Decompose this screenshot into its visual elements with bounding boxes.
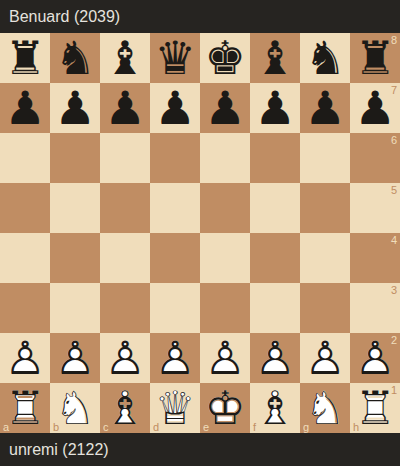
square-f4[interactable] [250,233,300,283]
file-label-c: c [103,421,109,433]
square-a4[interactable] [0,233,50,283]
square-c1[interactable]: ♝♗c [100,383,150,433]
square-e7[interactable]: ♟ [200,83,250,133]
square-f5[interactable] [250,183,300,233]
square-e5[interactable] [200,183,250,233]
white-piece-fill: ♞ [50,383,100,433]
rank-label-1: 1 [391,384,397,396]
piece-black-pawn[interactable]: ♟ [350,83,400,133]
piece-white-bishop[interactable]: ♝♗ [250,383,300,433]
white-piece-outline: ♙ [150,333,200,383]
white-piece-outline: ♖ [350,383,400,433]
piece-black-knight[interactable]: ♞ [300,33,350,83]
top-player-bar: Benuard (2039) [0,0,400,33]
white-piece-fill: ♛ [150,383,200,433]
square-h1[interactable]: ♜♖1h [350,383,400,433]
piece-white-pawn[interactable]: ♟♙ [50,333,100,383]
piece-black-bishop[interactable]: ♝ [100,33,150,83]
piece-black-pawn[interactable]: ♟ [150,83,200,133]
piece-black-rook[interactable]: ♜ [350,33,400,83]
square-c5[interactable] [100,183,150,233]
square-d4[interactable] [150,233,200,283]
white-piece-fill: ♜ [350,383,400,433]
rank-label-4: 4 [391,234,397,246]
white-piece-outline: ♙ [350,333,400,383]
piece-black-pawn[interactable]: ♟ [0,83,50,133]
piece-black-queen[interactable]: ♛ [150,33,200,83]
square-a8[interactable]: ♜ [0,33,50,83]
white-piece-fill: ♟ [200,333,250,383]
chess-board: ♜♞♝♛♚♝♞♜8♟♟♟♟♟♟♟♟76543♟♙♟♙♟♙♟♙♟♙♟♙♟♙♟♙2♜… [0,33,400,433]
square-e1[interactable]: ♚♔e [200,383,250,433]
square-b8[interactable]: ♞ [50,33,100,83]
square-d1[interactable]: ♛♕d [150,383,200,433]
piece-black-rook[interactable]: ♜ [0,33,50,83]
piece-black-knight[interactable]: ♞ [50,33,100,83]
white-piece-fill: ♞ [300,383,350,433]
white-piece-fill: ♝ [100,383,150,433]
piece-white-pawn[interactable]: ♟♙ [350,333,400,383]
white-piece-fill: ♝ [250,383,300,433]
piece-white-pawn[interactable]: ♟♙ [250,333,300,383]
piece-black-pawn[interactable]: ♟ [200,83,250,133]
file-label-e: e [203,421,209,433]
piece-black-pawn[interactable]: ♟ [300,83,350,133]
white-piece-outline: ♙ [300,333,350,383]
white-piece-outline: ♙ [250,333,300,383]
white-piece-outline: ♘ [300,383,350,433]
piece-black-bishop[interactable]: ♝ [250,33,300,83]
white-piece-outline: ♔ [200,383,250,433]
square-c4[interactable] [100,233,150,283]
white-piece-outline: ♗ [100,383,150,433]
square-d8[interactable]: ♛ [150,33,200,83]
square-c7[interactable]: ♟ [100,83,150,133]
rank-label-8: 8 [391,34,397,46]
square-a7[interactable]: ♟ [0,83,50,133]
square-f6[interactable] [250,133,300,183]
file-label-b: b [53,421,59,433]
rank-label-2: 2 [391,334,397,346]
square-c2[interactable]: ♟♙ [100,333,150,383]
piece-black-pawn[interactable]: ♟ [100,83,150,133]
square-h3[interactable]: 3 [350,283,400,333]
square-c8[interactable]: ♝ [100,33,150,83]
square-b4[interactable] [50,233,100,283]
square-d3[interactable] [150,283,200,333]
square-d6[interactable] [150,133,200,183]
piece-white-pawn[interactable]: ♟♙ [100,333,150,383]
white-piece-fill: ♟ [350,333,400,383]
rank-label-3: 3 [391,284,397,296]
piece-white-pawn[interactable]: ♟♙ [150,333,200,383]
top-player-name[interactable]: Benuard (2039) [9,8,120,26]
square-g6[interactable] [300,133,350,183]
file-label-d: d [153,421,159,433]
white-piece-fill: ♟ [300,333,350,383]
rank-label-5: 5 [391,184,397,196]
square-a1[interactable]: ♜♖a [0,383,50,433]
square-f3[interactable] [250,283,300,333]
square-g3[interactable] [300,283,350,333]
piece-white-knight[interactable]: ♞♘ [300,383,350,433]
file-label-f: f [253,421,256,433]
square-e3[interactable] [200,283,250,333]
square-a5[interactable] [0,183,50,233]
square-h8[interactable]: ♜8 [350,33,400,83]
square-b3[interactable] [50,283,100,333]
piece-white-knight[interactable]: ♞♘ [50,383,100,433]
white-piece-fill: ♜ [0,383,50,433]
square-h7[interactable]: ♟7 [350,83,400,133]
file-label-h: h [353,421,359,433]
piece-white-queen[interactable]: ♛♕ [150,383,200,433]
square-f1[interactable]: ♝♗f [250,383,300,433]
bottom-player-name[interactable]: unremi (2122) [9,441,109,459]
square-e8[interactable]: ♚ [200,33,250,83]
file-label-g: g [303,421,309,433]
square-g7[interactable]: ♟ [300,83,350,133]
white-piece-outline: ♖ [0,383,50,433]
square-b2[interactable]: ♟♙ [50,333,100,383]
white-piece-fill: ♟ [100,333,150,383]
square-f7[interactable]: ♟ [250,83,300,133]
rank-label-6: 6 [391,134,397,146]
piece-white-pawn[interactable]: ♟♙ [300,333,350,383]
white-piece-fill: ♟ [50,333,100,383]
square-c6[interactable] [100,133,150,183]
white-piece-outline: ♕ [150,383,200,433]
square-b5[interactable] [50,183,100,233]
piece-white-rook[interactable]: ♜♖ [350,383,400,433]
square-a6[interactable] [0,133,50,183]
square-h2[interactable]: ♟♙2 [350,333,400,383]
piece-black-pawn[interactable]: ♟ [250,83,300,133]
piece-white-pawn[interactable]: ♟♙ [200,333,250,383]
square-g1[interactable]: ♞♘g [300,383,350,433]
square-a2[interactable]: ♟♙ [0,333,50,383]
piece-white-king[interactable]: ♚♔ [200,383,250,433]
piece-white-rook[interactable]: ♜♖ [0,383,50,433]
square-f2[interactable]: ♟♙ [250,333,300,383]
square-g2[interactable]: ♟♙ [300,333,350,383]
square-c3[interactable] [100,283,150,333]
square-d7[interactable]: ♟ [150,83,200,133]
white-piece-outline: ♙ [50,333,100,383]
square-g8[interactable]: ♞ [300,33,350,83]
square-g5[interactable] [300,183,350,233]
white-piece-outline: ♙ [100,333,150,383]
white-piece-fill: ♟ [250,333,300,383]
square-h5[interactable]: 5 [350,183,400,233]
piece-black-pawn[interactable]: ♟ [50,83,100,133]
white-piece-fill: ♟ [150,333,200,383]
square-e2[interactable]: ♟♙ [200,333,250,383]
square-d2[interactable]: ♟♙ [150,333,200,383]
square-b7[interactable]: ♟ [50,83,100,133]
square-e6[interactable] [200,133,250,183]
file-label-a: a [3,421,9,433]
white-piece-fill: ♚ [200,383,250,433]
white-piece-outline: ♘ [50,383,100,433]
piece-white-pawn[interactable]: ♟♙ [0,333,50,383]
square-h4[interactable]: 4 [350,233,400,283]
bottom-player-bar: unremi (2122) [0,433,400,466]
white-piece-outline: ♙ [200,333,250,383]
piece-black-king[interactable]: ♚ [200,33,250,83]
square-g4[interactable] [300,233,350,283]
rank-label-7: 7 [391,84,397,96]
square-f8[interactable]: ♝ [250,33,300,83]
square-h6[interactable]: 6 [350,133,400,183]
square-b1[interactable]: ♞♘b [50,383,100,433]
square-d5[interactable] [150,183,200,233]
piece-white-bishop[interactable]: ♝♗ [100,383,150,433]
white-piece-outline: ♗ [250,383,300,433]
square-b6[interactable] [50,133,100,183]
square-a3[interactable] [0,283,50,333]
white-piece-outline: ♙ [0,333,50,383]
white-piece-fill: ♟ [0,333,50,383]
square-e4[interactable] [200,233,250,283]
